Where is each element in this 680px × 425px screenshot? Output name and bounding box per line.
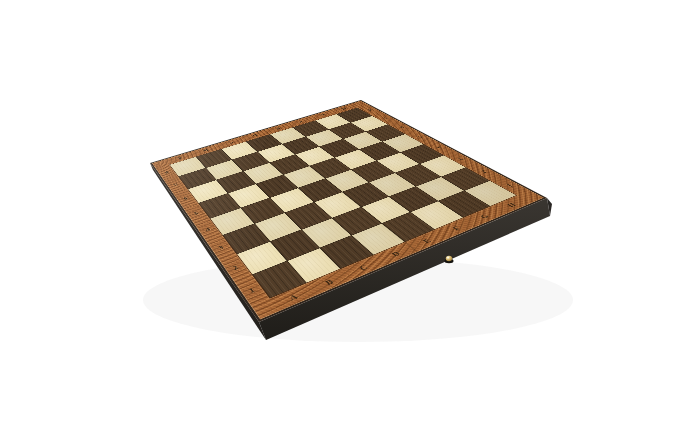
rank-label-left-6: 6 (183, 196, 189, 200)
rank-label-left-7: 7 (173, 183, 178, 187)
rank-label-right-6: 6 (399, 126, 405, 129)
file-label-front-g: G (478, 213, 490, 219)
rank-label-left-8: 8 (164, 171, 169, 175)
file-label-front-c: C (357, 263, 369, 271)
file-label-front-b: B (323, 278, 334, 286)
clasp-knob (446, 256, 452, 262)
rank-label-left-4: 4 (205, 227, 211, 232)
rank-label-right-2: 2 (480, 170, 488, 174)
file-label-front-f: F (450, 225, 461, 231)
rank-label-right-7: 7 (382, 117, 388, 120)
file-label-front-d: D (390, 250, 402, 257)
rank-label-left-3: 3 (217, 245, 224, 251)
rank-label-right-3: 3 (457, 157, 465, 161)
rank-label-left-5: 5 (193, 211, 199, 216)
file-label-front-a: A (287, 293, 299, 302)
rank-label-right-1: 1 (505, 183, 514, 187)
rank-label-right-4: 4 (436, 146, 443, 149)
rank-label-left-1: 1 (248, 287, 256, 294)
rank-label-right-5: 5 (417, 135, 424, 138)
product-photo-stage: AABBCCDDEEFFGGHH1122334455667788 (0, 0, 680, 425)
rank-label-left-2: 2 (232, 265, 239, 271)
file-label-front-h: H (505, 202, 517, 208)
clasp-highlight (447, 257, 449, 259)
file-label-front-e: E (421, 237, 432, 244)
rank-label-right-8: 8 (367, 109, 373, 112)
